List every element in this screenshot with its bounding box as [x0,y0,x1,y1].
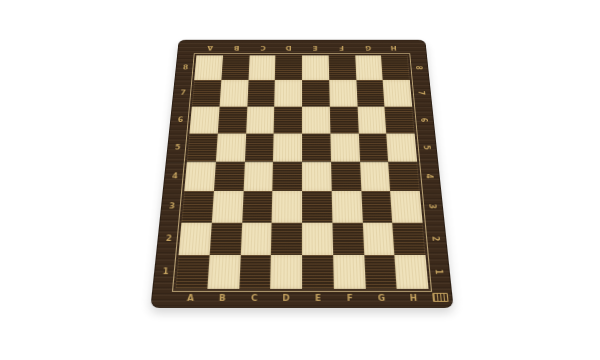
square-b1[interactable] [207,255,240,289]
square-e5[interactable] [302,133,331,161]
square-a8[interactable] [194,55,223,80]
file-label-bottom-b: B [206,289,239,308]
square-h1[interactable] [395,255,429,289]
square-a7[interactable] [192,80,221,106]
rank-label-left-7: 7 [172,80,194,106]
file-label-bottom-g: G [365,289,398,308]
square-a2[interactable] [179,222,212,255]
square-e7[interactable] [302,80,330,106]
square-b8[interactable] [221,55,249,80]
file-label-top-c: C [249,40,276,56]
square-e4[interactable] [302,162,331,192]
square-d6[interactable] [274,106,302,133]
square-f5[interactable] [330,133,359,161]
rank-label-left-3: 3 [159,191,184,222]
square-f3[interactable] [331,191,362,222]
square-f1[interactable] [333,255,365,289]
file-label-top-a: A [196,40,223,56]
square-b5[interactable] [216,133,246,161]
square-a3[interactable] [181,191,213,222]
square-c3[interactable] [242,191,273,222]
square-c6[interactable] [246,106,275,133]
file-label-bottom-c: C [238,289,270,308]
square-h2[interactable] [392,222,425,255]
square-g6[interactable] [357,106,386,133]
square-f6[interactable] [330,106,359,133]
playing-area [175,55,428,288]
file-labels-top: ABCDEFGH [196,40,407,56]
file-label-top-g: G [354,40,381,56]
square-d7[interactable] [274,80,302,106]
square-e2[interactable] [302,222,333,255]
board-frame: ABCDEFGH ABCDEFGH 87654321 87654321 [150,40,453,308]
square-e3[interactable] [302,191,332,222]
square-c2[interactable] [240,222,272,255]
rank-label-left-2: 2 [156,222,181,255]
square-d1[interactable] [270,255,302,289]
rank-label-left-6: 6 [169,106,192,133]
square-f2[interactable] [332,222,364,255]
square-f7[interactable] [329,80,357,106]
square-g8[interactable] [355,55,383,80]
file-label-top-e: E [302,40,328,56]
chessboard: ABCDEFGH ABCDEFGH 87654321 87654321 [150,40,453,308]
square-h4[interactable] [388,162,419,192]
rank-label-left-8: 8 [174,55,196,80]
file-label-top-h: H [380,40,407,56]
file-label-bottom-e: E [302,289,334,308]
rank-label-left-1: 1 [152,255,178,289]
fold-seam [168,162,437,163]
square-h5[interactable] [386,133,417,161]
square-c4[interactable] [243,162,273,192]
rank-label-left-5: 5 [166,133,190,161]
file-label-top-d: D [276,40,302,56]
square-d5[interactable] [273,133,302,161]
square-d3[interactable] [272,191,302,222]
square-b3[interactable] [212,191,244,222]
file-label-bottom-a: A [174,289,207,308]
square-f4[interactable] [331,162,361,192]
square-a6[interactable] [189,106,219,133]
square-g3[interactable] [361,191,393,222]
file-label-top-f: F [328,40,355,56]
square-a4[interactable] [184,162,215,192]
square-g4[interactable] [360,162,391,192]
square-b7[interactable] [219,80,248,106]
square-e6[interactable] [302,106,330,133]
square-f8[interactable] [328,55,356,80]
file-label-bottom-d: D [270,289,302,308]
file-label-bottom-h: H [397,289,430,308]
square-h6[interactable] [385,106,415,133]
square-e8[interactable] [302,55,329,80]
file-label-top-b: B [223,40,250,56]
file-label-bottom-f: F [334,289,366,308]
square-a1[interactable] [175,255,209,289]
square-h3[interactable] [390,191,422,222]
square-g7[interactable] [356,80,385,106]
square-h7[interactable] [383,80,412,106]
square-b2[interactable] [209,222,241,255]
square-c5[interactable] [244,133,273,161]
square-c1[interactable] [239,255,271,289]
maker-stamp-logo [432,293,448,302]
file-labels-bottom: ABCDEFGH [174,289,430,308]
square-d2[interactable] [271,222,302,255]
square-d4[interactable] [273,162,302,192]
square-b4[interactable] [214,162,245,192]
square-a5[interactable] [187,133,218,161]
square-c8[interactable] [248,55,276,80]
square-g2[interactable] [362,222,394,255]
rank-label-left-4: 4 [163,162,187,192]
square-d8[interactable] [275,55,302,80]
square-e1[interactable] [302,255,334,289]
square-g1[interactable] [364,255,397,289]
photo-background: ABCDEFGH ABCDEFGH 87654321 87654321 [0,0,600,360]
square-b6[interactable] [218,106,247,133]
square-c7[interactable] [247,80,275,106]
square-h8[interactable] [381,55,410,80]
square-g5[interactable] [358,133,388,161]
